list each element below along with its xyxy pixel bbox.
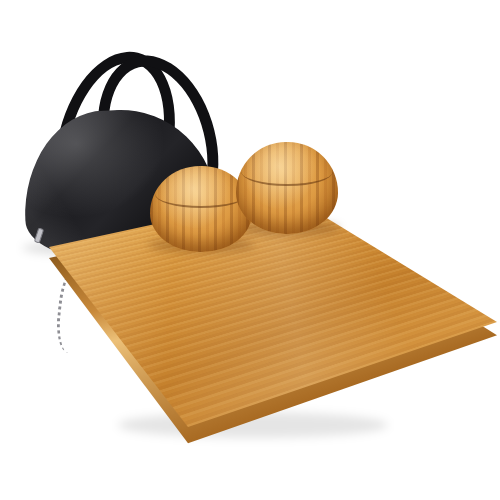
bowl-lid-seam <box>155 180 247 208</box>
stone-bowl-right <box>236 142 338 234</box>
product-photo-go-set <box>0 0 500 500</box>
bowl-lid-seam <box>241 157 333 187</box>
